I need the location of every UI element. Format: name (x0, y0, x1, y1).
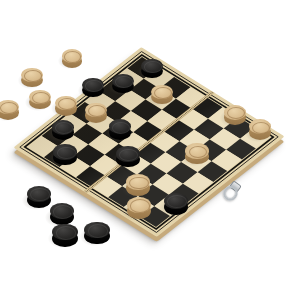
piece-top (53, 144, 76, 159)
pieces-layer (0, 0, 300, 300)
piece-top (82, 78, 104, 92)
product-photo-scene (0, 0, 300, 300)
checker-light[interactable] (0, 100, 19, 120)
checker-dark[interactable] (52, 120, 75, 140)
piece-top (116, 146, 139, 161)
piece-top (224, 105, 246, 120)
checker-light[interactable] (55, 96, 77, 116)
checker-dark[interactable] (164, 193, 189, 215)
piece-top (21, 68, 42, 82)
piece-top (29, 90, 51, 104)
checker-light[interactable] (224, 105, 246, 125)
checker-light[interactable] (29, 90, 51, 110)
piece-top (84, 222, 109, 239)
checker-light[interactable] (62, 49, 83, 68)
checker-dark[interactable] (109, 119, 132, 139)
checker-dark[interactable] (53, 144, 76, 165)
piece-top (27, 186, 51, 202)
piece-top (52, 120, 75, 135)
checker-dark[interactable] (112, 74, 133, 93)
checker-light[interactable] (151, 85, 173, 105)
piece-top (112, 74, 133, 88)
piece-top (185, 143, 208, 158)
piece-top (52, 224, 77, 241)
piece-top (62, 49, 83, 63)
piece-top (55, 96, 77, 111)
checker-dark[interactable] (141, 59, 162, 78)
checker-dark[interactable] (50, 203, 75, 225)
checker-light[interactable] (185, 143, 208, 164)
checker-light[interactable] (249, 119, 272, 139)
checker-dark[interactable] (116, 146, 139, 167)
checker-light[interactable] (21, 68, 42, 87)
checker-light[interactable] (126, 174, 150, 196)
piece-top (141, 59, 162, 73)
piece-top (126, 174, 150, 190)
piece-top (151, 85, 173, 99)
checker-light[interactable] (127, 197, 152, 219)
checker-dark[interactable] (27, 186, 51, 208)
checker-dark[interactable] (82, 78, 104, 97)
checker-dark[interactable] (52, 224, 77, 247)
checker-dark[interactable] (84, 222, 109, 245)
checker-light[interactable] (85, 103, 107, 123)
